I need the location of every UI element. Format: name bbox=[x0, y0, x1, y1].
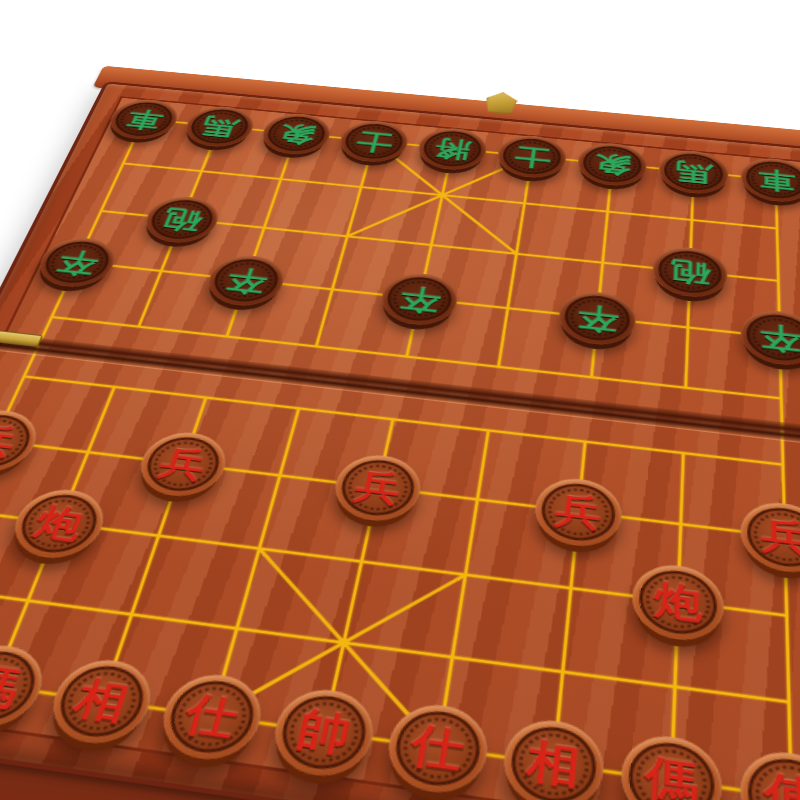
piece-green-cannon[interactable]: 砲 bbox=[651, 244, 727, 300]
piece-red-chariot[interactable]: 俥 bbox=[740, 746, 800, 800]
piece-glyph: 車 bbox=[757, 167, 795, 193]
piece-red-advisor[interactable]: 仕 bbox=[153, 669, 270, 765]
piece-glyph: 卒 bbox=[759, 321, 800, 354]
piece-glyph: 俥 bbox=[764, 770, 800, 800]
piece-green-chariot[interactable]: 車 bbox=[103, 97, 185, 142]
piece-red-horse[interactable]: 傌 bbox=[0, 640, 54, 733]
piece-glyph: 馬 bbox=[674, 159, 712, 185]
piece-green-horse[interactable]: 馬 bbox=[179, 104, 259, 149]
piece-green-chariot[interactable]: 車 bbox=[741, 156, 800, 205]
piece-glyph: 炮 bbox=[30, 503, 89, 544]
piece-glyph: 砲 bbox=[669, 257, 710, 287]
piece-red-elephant[interactable]: 相 bbox=[41, 655, 161, 749]
piece-glyph: 相 bbox=[69, 676, 133, 727]
piece-green-soldier[interactable]: 卒 bbox=[376, 270, 461, 328]
board-frame: 車馬象士將士象馬車砲砲卒卒卒卒卒兵兵兵兵兵炮炮俥傌相仕帥仕相傌俥 bbox=[0, 81, 800, 800]
piece-green-soldier[interactable]: 卒 bbox=[201, 252, 290, 309]
piece-glyph: 相 bbox=[525, 737, 582, 791]
piece-green-cannon[interactable]: 砲 bbox=[138, 194, 225, 246]
piece-red-cannon[interactable]: 炮 bbox=[3, 485, 113, 562]
piece-green-advisor[interactable]: 士 bbox=[495, 133, 569, 180]
piece-glyph: 兵 bbox=[352, 468, 404, 508]
piece-glyph: 仕 bbox=[408, 722, 467, 775]
piece-green-soldier[interactable]: 卒 bbox=[556, 289, 637, 349]
piece-glyph: 士 bbox=[512, 144, 552, 169]
piece-red-soldier[interactable]: 兵 bbox=[0, 407, 47, 477]
piece-green-elephant[interactable]: 象 bbox=[576, 140, 648, 188]
piece-glyph: 卒 bbox=[222, 265, 270, 295]
piece-glyph: 兵 bbox=[761, 516, 800, 558]
piece-glyph: 車 bbox=[122, 107, 166, 131]
piece-glyph: 砲 bbox=[159, 205, 206, 233]
piece-glyph: 帥 bbox=[293, 706, 354, 758]
piece-red-soldier[interactable]: 兵 bbox=[131, 429, 233, 501]
piece-glyph: 兵 bbox=[156, 445, 211, 484]
piece-glyph: 士 bbox=[353, 129, 394, 154]
piece-red-general[interactable]: 帥 bbox=[266, 684, 380, 782]
piece-green-elephant[interactable]: 象 bbox=[257, 111, 336, 157]
board-surface[interactable]: 車馬象士將士象馬車砲砲卒卒卒卒卒兵兵兵兵兵炮炮俥傌相仕帥仕相傌俥 bbox=[0, 96, 800, 800]
piece-red-horse[interactable]: 傌 bbox=[619, 731, 722, 800]
piece-red-elephant[interactable]: 相 bbox=[499, 715, 606, 800]
piece-green-soldier[interactable]: 卒 bbox=[741, 307, 800, 368]
piece-glyph: 卒 bbox=[396, 283, 442, 314]
piece-glyph: 兵 bbox=[553, 491, 603, 532]
piece-glyph: 傌 bbox=[0, 661, 26, 711]
piece-glyph: 象 bbox=[275, 121, 317, 146]
piece-red-soldier[interactable]: 兵 bbox=[741, 498, 800, 577]
piece-green-general[interactable]: 將 bbox=[414, 126, 490, 173]
piece-glyph: 將 bbox=[432, 136, 473, 161]
piece-red-soldier[interactable]: 兵 bbox=[531, 474, 623, 550]
brass-latch-icon bbox=[484, 91, 519, 115]
product-photo-stage: 車馬象士將士象馬車砲砲卒卒卒卒卒兵兵兵兵兵炮炮俥傌相仕帥仕相傌俥 bbox=[0, 0, 800, 800]
piece-glyph: 兵 bbox=[0, 422, 23, 460]
piece-red-advisor[interactable]: 仕 bbox=[382, 699, 493, 798]
piece-red-soldier[interactable]: 兵 bbox=[328, 451, 425, 525]
piece-glyph: 卒 bbox=[52, 247, 102, 277]
piece-green-advisor[interactable]: 士 bbox=[335, 118, 412, 164]
piece-glyph: 炮 bbox=[653, 579, 703, 624]
piece-glyph: 傌 bbox=[643, 753, 699, 800]
piece-green-soldier[interactable]: 卒 bbox=[30, 235, 123, 290]
piece-green-horse[interactable]: 馬 bbox=[658, 148, 729, 196]
piece-glyph: 仕 bbox=[180, 691, 243, 743]
piece-glyph: 馬 bbox=[198, 114, 241, 138]
piece-glyph: 卒 bbox=[575, 302, 618, 334]
piece-red-cannon[interactable]: 炮 bbox=[630, 560, 724, 645]
piece-glyph: 象 bbox=[593, 151, 632, 177]
pieces-layer: 車馬象士將士象馬車砲砲卒卒卒卒卒兵兵兵兵兵炮炮俥傌相仕帥仕相傌俥 bbox=[0, 98, 800, 800]
xiangqi-board[interactable]: 車馬象士將士象馬車砲砲卒卒卒卒卒兵兵兵兵兵炮炮俥傌相仕帥仕相傌俥 bbox=[0, 81, 800, 800]
